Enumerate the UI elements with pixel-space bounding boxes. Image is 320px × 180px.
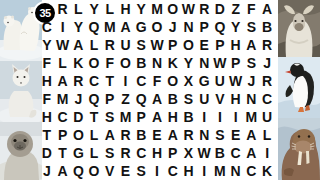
seal-image — [0, 122, 42, 180]
grid-cell-r1c4[interactable]: Y — [86, 0, 102, 18]
grid-cell-r6c5[interactable]: P — [102, 90, 118, 108]
grid-cell-r5c12[interactable]: U — [212, 72, 228, 90]
grid-cell-r5c5[interactable]: T — [102, 72, 118, 90]
grid-cell-r4c3[interactable]: K — [70, 54, 86, 72]
grid-cell-r4c12[interactable]: W — [212, 54, 228, 72]
grid-cell-r9c15[interactable]: I — [259, 144, 275, 162]
grid-cell-r2c2[interactable]: I — [55, 18, 71, 36]
grid-cell-r4c7[interactable]: B — [133, 54, 149, 72]
word-grid: RLYLHYMOWRDZFACIYQMAGOJNPQYSBYWALRUSWPOE… — [39, 0, 275, 180]
grid-cell-r4c6[interactable]: O — [118, 54, 134, 72]
grid-cell-r3c7[interactable]: S — [133, 36, 149, 54]
walrus-image — [278, 118, 320, 180]
grid-cell-r7c9[interactable]: H — [165, 108, 181, 126]
grid-cell-r7c12[interactable]: I — [212, 108, 228, 126]
grid-cell-r1c12[interactable]: D — [212, 0, 228, 18]
grid-cell-r10c7[interactable]: S — [133, 162, 149, 180]
grid-cell-r6c8[interactable]: A — [149, 90, 165, 108]
penguin-image — [278, 57, 320, 118]
grid-cell-r9c8[interactable]: H — [149, 144, 165, 162]
grid-cell-r5c8[interactable]: F — [149, 72, 165, 90]
grid-cell-r7c5[interactable]: S — [102, 108, 118, 126]
grid-cell-r6c14[interactable]: N — [244, 90, 260, 108]
grid-cell-r10c9[interactable]: C — [165, 162, 181, 180]
arctic-fox-image — [0, 61, 42, 122]
grid-cell-r2c7[interactable]: G — [133, 18, 149, 36]
grid-cell-r1c8[interactable]: M — [149, 0, 165, 18]
grid-cell-r1c15[interactable]: A — [259, 0, 275, 18]
grid-cell-r5c3[interactable]: R — [70, 72, 86, 90]
grid-cell-r4c5[interactable]: F — [102, 54, 118, 72]
grid-cell-r1c13[interactable]: Z — [228, 0, 244, 18]
grid-cell-r5c6[interactable]: I — [118, 72, 134, 90]
grid-cell-r9c13[interactable]: C — [228, 144, 244, 162]
grid-cell-r6c1[interactable]: F — [39, 90, 55, 108]
grid-cell-r3c5[interactable]: R — [102, 36, 118, 54]
grid-cell-r8c2[interactable]: P — [55, 126, 71, 144]
grid-cell-r6c4[interactable]: Q — [86, 90, 102, 108]
grid-cell-r6c15[interactable]: C — [259, 90, 275, 108]
grid-cell-r3c15[interactable]: R — [259, 36, 275, 54]
grid-cell-r3c6[interactable]: U — [118, 36, 134, 54]
grid-cell-r10c13[interactable]: N — [228, 162, 244, 180]
grid-cell-r9c11[interactable]: W — [196, 144, 212, 162]
grid-cell-r9c7[interactable]: C — [133, 144, 149, 162]
grid-cell-r7c2[interactable]: C — [55, 108, 71, 126]
grid-cell-r5c11[interactable]: G — [196, 72, 212, 90]
right-photo-strip — [278, 0, 320, 180]
grid-cell-r6c9[interactable]: B — [165, 90, 181, 108]
grid-cell-r8c4[interactable]: L — [86, 126, 102, 144]
grid-cell-r4c11[interactable]: N — [196, 54, 212, 72]
grid-cell-r5c9[interactable]: O — [165, 72, 181, 90]
grid-cell-r1c1 — [39, 0, 55, 18]
grid-cell-r9c12[interactable]: B — [212, 144, 228, 162]
grid-cell-r1c5[interactable]: L — [102, 0, 118, 18]
grid-cell-r7c13[interactable]: I — [228, 108, 244, 126]
grid-cell-r2c15[interactable]: B — [259, 18, 275, 36]
grid-cell-r8c7[interactable]: B — [133, 126, 149, 144]
grid-cell-r10c14[interactable]: C — [244, 162, 260, 180]
grid-cell-r6c6[interactable]: Z — [118, 90, 134, 108]
grid-cell-r4c9[interactable]: K — [165, 54, 181, 72]
grid-cell-r10c4[interactable]: O — [86, 162, 102, 180]
grid-cell-r2c5[interactable]: M — [102, 18, 118, 36]
grid-cell-r2c11[interactable]: P — [196, 18, 212, 36]
grid-cell-r1c9[interactable]: O — [165, 0, 181, 18]
grid-cell-r2c6[interactable]: A — [118, 18, 134, 36]
grid-cell-r1c10[interactable]: W — [181, 0, 197, 18]
grid-cell-r2c13[interactable]: Y — [228, 18, 244, 36]
grid-cell-r3c14[interactable]: A — [244, 36, 260, 54]
grid-cell-r8c3[interactable]: O — [70, 126, 86, 144]
grid-cell-r4c8[interactable]: N — [149, 54, 165, 72]
grid-cell-r8c14[interactable]: A — [244, 126, 260, 144]
grid-cell-r9c4[interactable]: L — [86, 144, 102, 162]
grid-cell-r7c10[interactable]: B — [181, 108, 197, 126]
grid-cell-r2c1[interactable]: C — [39, 18, 55, 36]
grid-cell-r6c13[interactable]: H — [228, 90, 244, 108]
grid-cell-r3c1[interactable]: Y — [39, 36, 55, 54]
grid-cell-r7c3[interactable]: D — [70, 108, 86, 126]
grid-cell-r9c14[interactable]: A — [244, 144, 260, 162]
grid-cell-r5c7[interactable]: C — [133, 72, 149, 90]
grid-cell-r7c1[interactable]: H — [39, 108, 55, 126]
grid-cell-r1c11[interactable]: R — [196, 0, 212, 18]
grid-cell-r6c10[interactable]: S — [181, 90, 197, 108]
grid-cell-r5c14[interactable]: J — [244, 72, 260, 90]
grid-cell-r8c8[interactable]: E — [149, 126, 165, 144]
grid-cell-r2c9[interactable]: J — [165, 18, 181, 36]
grid-cell-r4c4[interactable]: O — [86, 54, 102, 72]
grid-cell-r10c3[interactable]: Q — [70, 162, 86, 180]
grid-cell-r1c14[interactable]: F — [244, 0, 260, 18]
grid-cell-r3c3[interactable]: A — [70, 36, 86, 54]
grid-cell-r4c10[interactable]: Y — [181, 54, 197, 72]
grid-cell-r10c5[interactable]: V — [102, 162, 118, 180]
grid-cell-r7c11[interactable]: I — [196, 108, 212, 126]
grid-cell-r9c6[interactable]: R — [118, 144, 134, 162]
grid-cell-r1c6[interactable]: H — [118, 0, 134, 18]
grid-cell-r7c7[interactable]: P — [133, 108, 149, 126]
grid-cell-r2c12[interactable]: Q — [212, 18, 228, 36]
grid-cell-r6c11[interactable]: U — [196, 90, 212, 108]
grid-cell-r10c6[interactable]: E — [118, 162, 134, 180]
grid-cell-r8c11[interactable]: N — [196, 126, 212, 144]
yak-image — [278, 0, 320, 57]
grid-cell-r10c8[interactable]: I — [149, 162, 165, 180]
grid-cell-r2c10[interactable]: N — [181, 18, 197, 36]
grid-cell-r6c12[interactable]: V — [212, 90, 228, 108]
grid-cell-r9c3[interactable]: G — [70, 144, 86, 162]
grid-cell-r3c13[interactable]: H — [228, 36, 244, 54]
grid-cell-r6c7[interactable]: Q — [133, 90, 149, 108]
grid-cell-r5c13[interactable]: W — [228, 72, 244, 90]
grid-cell-r2c4[interactable]: Q — [86, 18, 102, 36]
grid-cell-r10c15[interactable]: K — [259, 162, 275, 180]
grid-cell-r10c11[interactable]: I — [196, 162, 212, 180]
grid-cell-r5c2[interactable]: A — [55, 72, 71, 90]
grid-cell-r3c10[interactable]: O — [181, 36, 197, 54]
grid-cell-r6c2[interactable]: M — [55, 90, 71, 108]
grid-cell-r10c12[interactable]: M — [212, 162, 228, 180]
grid-cell-r5c1[interactable]: H — [39, 72, 55, 90]
grid-cell-r1c2[interactable]: R — [55, 0, 71, 18]
grid-cell-r8c9[interactable]: A — [165, 126, 181, 144]
grid-cell-r5c15[interactable]: R — [259, 72, 275, 90]
grid-cell-r4c14[interactable]: S — [244, 54, 260, 72]
grid-cell-r3c8[interactable]: W — [149, 36, 165, 54]
grid-cell-r3c4[interactable]: L — [86, 36, 102, 54]
grid-cell-r4c2[interactable]: L — [55, 54, 71, 72]
grid-cell-r5c10[interactable]: X — [181, 72, 197, 90]
grid-cell-r1c7[interactable]: Y — [133, 0, 149, 18]
grid-cell-r1c3[interactable]: L — [70, 0, 86, 18]
grid-cell-r8c5[interactable]: A — [102, 126, 118, 144]
grid-cell-r8c6[interactable]: R — [118, 126, 134, 144]
grid-cell-r2c14[interactable]: S — [244, 18, 260, 36]
grid-cell-r8c15[interactable]: L — [259, 126, 275, 144]
grid-cell-r3c2[interactable]: W — [55, 36, 71, 54]
grid-cell-r7c15[interactable]: U — [259, 108, 275, 126]
left-photo-strip — [0, 0, 42, 180]
grid-cell-r9c2[interactable]: T — [55, 144, 71, 162]
grid-cell-r2c3[interactable]: Y — [70, 18, 86, 36]
grid-cell-r7c6[interactable]: M — [118, 108, 134, 126]
grid-cell-r3c11[interactable]: E — [196, 36, 212, 54]
grid-cell-r9c1[interactable]: D — [39, 144, 55, 162]
grid-cell-r6c3[interactable]: J — [70, 90, 86, 108]
word-search-frame: 35 RLYLHYMOWRDZFACIYQMAGOJNPQYSBYWALRUSW… — [0, 0, 320, 180]
grid-cell-r9c5[interactable]: S — [102, 144, 118, 162]
grid-cell-r9c10[interactable]: X — [181, 144, 197, 162]
grid-cell-r10c10[interactable]: H — [181, 162, 197, 180]
grid-cell-r8c13[interactable]: E — [228, 126, 244, 144]
grid-cell-r9c9[interactable]: P — [165, 144, 181, 162]
grid-cell-r10c2[interactable]: A — [55, 162, 71, 180]
grid-cell-r4c15[interactable]: J — [259, 54, 275, 72]
grid-cell-r8c1[interactable]: T — [39, 126, 55, 144]
grid-cell-r4c1[interactable]: F — [39, 54, 55, 72]
grid-cell-r7c4[interactable]: T — [86, 108, 102, 126]
grid-cell-r5c4[interactable]: C — [86, 72, 102, 90]
grid-cell-r7c14[interactable]: M — [244, 108, 260, 126]
grid-cell-r3c9[interactable]: P — [165, 36, 181, 54]
grid-cell-r4c13[interactable]: P — [228, 54, 244, 72]
grid-cell-r7c8[interactable]: A — [149, 108, 165, 126]
grid-cell-r3c12[interactable]: P — [212, 36, 228, 54]
grid-cell-r8c10[interactable]: R — [181, 126, 197, 144]
grid-cell-r8c12[interactable]: S — [212, 126, 228, 144]
grid-cell-r2c8[interactable]: O — [149, 18, 165, 36]
grid-cell-r10c1[interactable]: J — [39, 162, 55, 180]
